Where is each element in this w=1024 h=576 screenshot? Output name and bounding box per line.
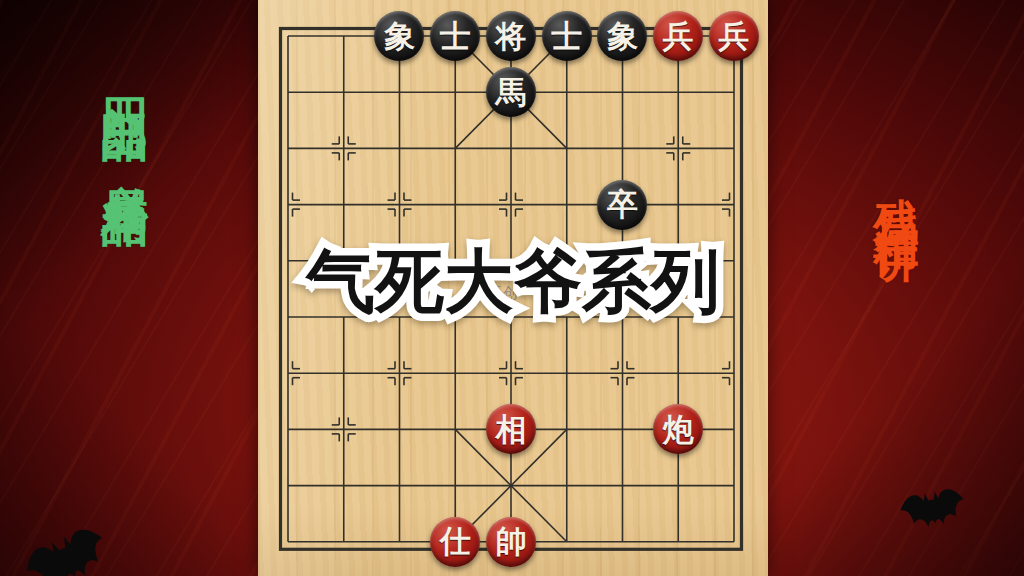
piece-red-soldier[interactable]: 兵 [709, 11, 759, 61]
piece-red-advisor[interactable]: 仕 [430, 517, 480, 567]
piece-red-soldier[interactable]: 兵 [653, 11, 703, 61]
piece-black-advisor[interactable]: 士 [430, 11, 480, 61]
piece-black-elephant[interactable]: 象 [597, 11, 647, 61]
piece-red-elephant[interactable]: 相 [486, 404, 536, 454]
piece-black-elephant[interactable]: 象 [374, 11, 424, 61]
left-slogan: 四郎出品 必属精品 [94, 62, 157, 171]
big-title-text: 气死大爷系列 [306, 241, 720, 321]
piece-red-general[interactable]: 帥 [486, 517, 536, 567]
right-slogan: 残局精讲 [866, 162, 926, 214]
piece-black-horse[interactable]: 馬 [486, 67, 536, 117]
bat-icon [10, 514, 126, 576]
piece-red-cannon[interactable]: 炮 [653, 404, 703, 454]
big-title: 气死大爷系列 [258, 243, 768, 320]
bat-icon [891, 482, 976, 541]
piece-black-soldier[interactable]: 卒 [597, 180, 647, 230]
page: { "game": "xiangqi", "window": {"width":… [0, 0, 1024, 576]
piece-black-general[interactable]: 将 [486, 11, 536, 61]
piece-black-advisor[interactable]: 士 [542, 11, 592, 61]
